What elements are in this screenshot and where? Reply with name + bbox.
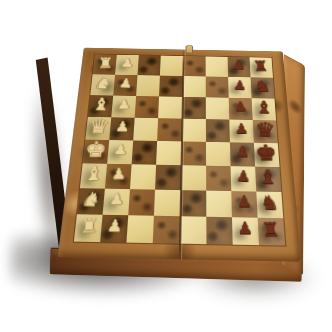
black-pawn: ♟ bbox=[235, 145, 250, 160]
square-a8: ♜ bbox=[249, 57, 273, 77]
square-g3 bbox=[129, 189, 156, 216]
clasp-tab bbox=[185, 45, 192, 53]
square-g6 bbox=[206, 191, 232, 218]
square-b3 bbox=[136, 75, 160, 96]
square-c7: ♟ bbox=[228, 98, 252, 120]
square-d2: ♟ bbox=[109, 117, 135, 140]
square-b7: ♟ bbox=[228, 77, 252, 98]
white-bishop: ♝ bbox=[83, 164, 104, 184]
square-c2: ♟ bbox=[111, 96, 136, 118]
square-g8: ♞ bbox=[256, 192, 283, 219]
square-f5 bbox=[181, 165, 206, 190]
square-f3 bbox=[130, 164, 156, 189]
square-f7: ♟ bbox=[230, 166, 256, 191]
square-b8: ♞ bbox=[250, 77, 274, 98]
square-g1: ♞ bbox=[77, 188, 105, 215]
square-e6 bbox=[206, 142, 231, 166]
square-a4 bbox=[160, 56, 183, 76]
white-queen: ♛ bbox=[87, 116, 110, 137]
square-e2: ♟ bbox=[107, 140, 133, 164]
square-h7: ♟ bbox=[232, 217, 259, 245]
square-b2: ♟ bbox=[113, 75, 137, 96]
square-f1: ♝ bbox=[80, 163, 107, 188]
square-h6 bbox=[206, 217, 233, 245]
black-pawn: ♟ bbox=[233, 100, 248, 113]
white-pawn: ♟ bbox=[117, 98, 131, 111]
square-d7: ♟ bbox=[229, 120, 254, 143]
white-pawn: ♟ bbox=[111, 167, 126, 182]
square-a6 bbox=[205, 56, 228, 76]
square-e5 bbox=[181, 141, 206, 165]
white-pawn: ♟ bbox=[109, 192, 125, 207]
square-e3 bbox=[132, 140, 158, 164]
square-d4 bbox=[157, 118, 181, 141]
square-h1: ♜ bbox=[74, 214, 103, 242]
white-pawn: ♟ bbox=[120, 57, 134, 69]
black-queen: ♛ bbox=[255, 119, 276, 140]
square-a5 bbox=[183, 56, 206, 76]
white-pawn: ♟ bbox=[118, 77, 133, 90]
square-f2: ♟ bbox=[105, 164, 132, 189]
square-b4 bbox=[159, 76, 182, 97]
square-h3 bbox=[127, 215, 155, 243]
white-rook: ♜ bbox=[97, 55, 113, 69]
square-h4 bbox=[153, 216, 180, 244]
square-d5 bbox=[182, 119, 206, 142]
square-c5 bbox=[182, 97, 206, 119]
white-pawn: ♟ bbox=[115, 120, 130, 134]
white-king: ♚ bbox=[85, 139, 108, 160]
black-knight: ♞ bbox=[260, 192, 279, 212]
square-b1: ♞ bbox=[90, 74, 115, 95]
square-d6 bbox=[206, 119, 230, 142]
white-pawn: ♟ bbox=[113, 142, 129, 157]
square-e8: ♚ bbox=[254, 143, 280, 167]
square-c3 bbox=[135, 96, 159, 118]
board-top-surface: ♜♟♟♜♞♟♟♞♝♟♟♝♛♟♟♛♚♟♟♚♝♟♟♝♞♟♟♞♜♟♟♜ bbox=[58, 48, 301, 262]
black-bishop: ♝ bbox=[254, 99, 273, 116]
square-a1: ♜ bbox=[93, 54, 117, 74]
black-king: ♚ bbox=[255, 142, 279, 163]
product-photo[interactable]: ♜♟♟♜♞♟♟♞♝♟♟♝♛♟♟♛♚♟♟♚♝♟♟♝♞♟♟♞♜♟♟♜ bbox=[0, 0, 332, 332]
square-b6 bbox=[205, 76, 228, 97]
black-pawn: ♟ bbox=[236, 194, 252, 210]
black-pawn: ♟ bbox=[233, 79, 247, 92]
square-a3 bbox=[138, 55, 161, 75]
white-knight: ♞ bbox=[81, 189, 103, 209]
square-f4 bbox=[155, 165, 181, 190]
black-pawn: ♟ bbox=[234, 122, 249, 136]
square-c4 bbox=[158, 96, 182, 118]
black-pawn: ♟ bbox=[235, 169, 250, 185]
white-knight: ♞ bbox=[94, 75, 112, 90]
square-h2: ♟ bbox=[100, 215, 128, 243]
square-h8: ♜ bbox=[258, 218, 286, 246]
square-b5 bbox=[182, 76, 205, 97]
white-bishop: ♝ bbox=[91, 95, 111, 112]
square-g2: ♟ bbox=[103, 189, 131, 216]
square-f8: ♝ bbox=[255, 167, 281, 192]
square-g4 bbox=[154, 190, 180, 217]
square-g7: ♟ bbox=[231, 191, 258, 218]
square-f6 bbox=[206, 166, 231, 191]
square-a2: ♟ bbox=[115, 55, 139, 75]
black-rook: ♜ bbox=[252, 58, 269, 72]
square-d3 bbox=[133, 118, 158, 141]
square-e7: ♟ bbox=[230, 142, 255, 166]
black-pawn: ♟ bbox=[232, 59, 246, 71]
square-a7: ♟ bbox=[227, 57, 250, 77]
square-h5 bbox=[180, 216, 206, 244]
black-bishop: ♝ bbox=[258, 167, 279, 187]
black-knight: ♞ bbox=[253, 78, 271, 94]
square-e4 bbox=[156, 141, 181, 165]
white-pawn: ♟ bbox=[106, 218, 123, 235]
square-e1: ♚ bbox=[83, 140, 110, 164]
black-pawn: ♟ bbox=[237, 220, 253, 236]
square-g5 bbox=[180, 190, 206, 217]
square-c6 bbox=[205, 97, 229, 119]
white-rook: ♜ bbox=[79, 216, 98, 236]
black-rook: ♜ bbox=[261, 219, 282, 239]
